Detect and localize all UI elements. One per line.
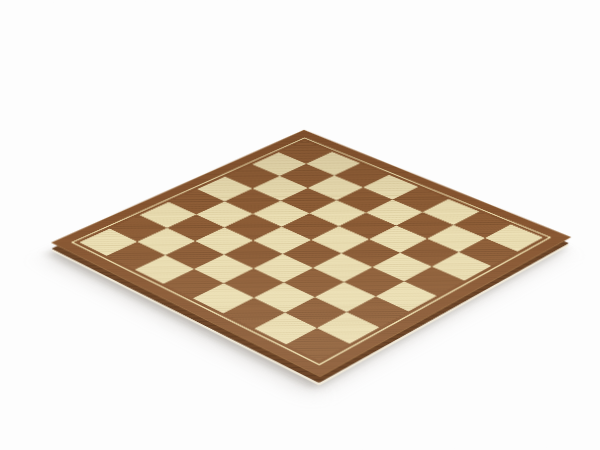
chess-board — [51, 130, 571, 377]
board-squares — [79, 141, 543, 361]
product-photo — [0, 0, 600, 450]
